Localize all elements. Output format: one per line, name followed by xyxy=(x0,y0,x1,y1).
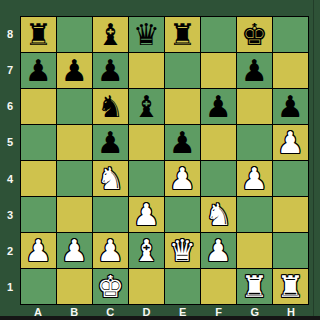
square-e2[interactable]: ♛ xyxy=(165,233,200,268)
square-d6[interactable]: ♝ xyxy=(129,89,164,124)
square-e1[interactable] xyxy=(165,269,200,304)
square-c3[interactable] xyxy=(93,197,128,232)
piece-black-queen-d8[interactable]: ♛ xyxy=(133,17,160,52)
chess-board: ♜♝♛♜♚♟♟♟♟♞♝♟♟♟♟♟♞♟♟♟♞♟♟♟♝♛♟♚♜♜ xyxy=(20,16,309,305)
square-a1[interactable] xyxy=(21,269,56,304)
square-d5[interactable] xyxy=(129,125,164,160)
piece-black-pawn-h6[interactable]: ♟ xyxy=(277,89,304,124)
square-d1[interactable] xyxy=(129,269,164,304)
square-f8[interactable] xyxy=(201,17,236,52)
square-f3[interactable]: ♞ xyxy=(201,197,236,232)
square-g4[interactable]: ♟ xyxy=(237,161,272,196)
square-h5[interactable]: ♟ xyxy=(273,125,308,160)
square-g5[interactable] xyxy=(237,125,272,160)
piece-black-pawn-g7[interactable]: ♟ xyxy=(241,53,268,88)
piece-black-pawn-f6[interactable]: ♟ xyxy=(205,89,232,124)
piece-white-pawn-c2[interactable]: ♟ xyxy=(97,233,124,268)
piece-white-pawn-b2[interactable]: ♟ xyxy=(61,233,88,268)
square-a3[interactable] xyxy=(21,197,56,232)
rank-label-8: 8 xyxy=(0,16,20,52)
square-b4[interactable] xyxy=(57,161,92,196)
piece-white-pawn-e4[interactable]: ♟ xyxy=(169,161,196,196)
square-h7[interactable] xyxy=(273,53,308,88)
piece-black-bishop-d6[interactable]: ♝ xyxy=(133,89,160,124)
square-h3[interactable] xyxy=(273,197,308,232)
square-f6[interactable]: ♟ xyxy=(201,89,236,124)
square-a6[interactable] xyxy=(21,89,56,124)
square-f2[interactable]: ♟ xyxy=(201,233,236,268)
square-b7[interactable]: ♟ xyxy=(57,53,92,88)
square-c6[interactable]: ♞ xyxy=(93,89,128,124)
square-c7[interactable]: ♟ xyxy=(93,53,128,88)
square-d3[interactable]: ♟ xyxy=(129,197,164,232)
square-h8[interactable] xyxy=(273,17,308,52)
square-a8[interactable]: ♜ xyxy=(21,17,56,52)
square-h1[interactable]: ♜ xyxy=(273,269,308,304)
square-h4[interactable] xyxy=(273,161,308,196)
square-b3[interactable] xyxy=(57,197,92,232)
square-e4[interactable]: ♟ xyxy=(165,161,200,196)
square-c5[interactable]: ♟ xyxy=(93,125,128,160)
square-d8[interactable]: ♛ xyxy=(129,17,164,52)
square-h6[interactable]: ♟ xyxy=(273,89,308,124)
piece-black-king-g8[interactable]: ♚ xyxy=(241,17,268,52)
rank-label-5: 5 xyxy=(0,124,20,160)
piece-white-king-c1[interactable]: ♚ xyxy=(97,269,124,304)
piece-white-rook-h1[interactable]: ♜ xyxy=(277,269,304,304)
square-c2[interactable]: ♟ xyxy=(93,233,128,268)
rank-label-3: 3 xyxy=(0,197,20,233)
piece-white-knight-c4[interactable]: ♞ xyxy=(97,161,124,196)
square-b2[interactable]: ♟ xyxy=(57,233,92,268)
square-d7[interactable] xyxy=(129,53,164,88)
square-c8[interactable]: ♝ xyxy=(93,17,128,52)
piece-white-pawn-a2[interactable]: ♟ xyxy=(25,233,52,268)
piece-white-pawn-h5[interactable]: ♟ xyxy=(277,125,304,160)
square-e7[interactable] xyxy=(165,53,200,88)
square-f7[interactable] xyxy=(201,53,236,88)
square-f1[interactable] xyxy=(201,269,236,304)
rank-label-7: 7 xyxy=(0,52,20,88)
piece-white-bishop-d2[interactable]: ♝ xyxy=(133,233,160,268)
square-e3[interactable] xyxy=(165,197,200,232)
piece-white-queen-e2[interactable]: ♛ xyxy=(169,233,196,268)
square-f5[interactable] xyxy=(201,125,236,160)
square-g7[interactable]: ♟ xyxy=(237,53,272,88)
piece-black-pawn-b7[interactable]: ♟ xyxy=(61,53,88,88)
square-g3[interactable] xyxy=(237,197,272,232)
square-f4[interactable] xyxy=(201,161,236,196)
piece-white-pawn-g4[interactable]: ♟ xyxy=(241,161,268,196)
square-g6[interactable] xyxy=(237,89,272,124)
rank-label-4: 4 xyxy=(0,161,20,197)
square-e5[interactable]: ♟ xyxy=(165,125,200,160)
square-a4[interactable] xyxy=(21,161,56,196)
square-b6[interactable] xyxy=(57,89,92,124)
piece-black-pawn-a7[interactable]: ♟ xyxy=(25,53,52,88)
square-h2[interactable] xyxy=(273,233,308,268)
piece-black-bishop-c8[interactable]: ♝ xyxy=(97,17,124,52)
piece-black-rook-a8[interactable]: ♜ xyxy=(25,17,52,52)
rank-label-1: 1 xyxy=(0,269,20,305)
square-a2[interactable]: ♟ xyxy=(21,233,56,268)
square-c1[interactable]: ♚ xyxy=(93,269,128,304)
right-edge-line xyxy=(313,0,314,320)
piece-white-rook-g1[interactable]: ♜ xyxy=(241,269,268,304)
piece-black-pawn-c7[interactable]: ♟ xyxy=(97,53,124,88)
piece-black-knight-c6[interactable]: ♞ xyxy=(97,89,124,124)
piece-black-pawn-e5[interactable]: ♟ xyxy=(169,125,196,160)
square-d4[interactable] xyxy=(129,161,164,196)
square-a7[interactable]: ♟ xyxy=(21,53,56,88)
chess-app-window: 87654321 ♜♝♛♜♚♟♟♟♟♞♝♟♟♟♟♟♞♟♟♟♞♟♟♟♝♛♟♚♜♜ … xyxy=(0,0,320,320)
bottom-border-strip xyxy=(0,316,320,320)
square-c4[interactable]: ♞ xyxy=(93,161,128,196)
piece-black-pawn-c5[interactable]: ♟ xyxy=(97,125,124,160)
square-b5[interactable] xyxy=(57,125,92,160)
piece-black-rook-e8[interactable]: ♜ xyxy=(169,17,196,52)
piece-white-knight-f3[interactable]: ♞ xyxy=(205,197,232,232)
square-g8[interactable]: ♚ xyxy=(237,17,272,52)
square-g2[interactable] xyxy=(237,233,272,268)
square-d2[interactable]: ♝ xyxy=(129,233,164,268)
piece-white-pawn-f2[interactable]: ♟ xyxy=(205,233,232,268)
rank-label-6: 6 xyxy=(0,88,20,124)
rank-label-2: 2 xyxy=(0,233,20,269)
square-b1[interactable] xyxy=(57,269,92,304)
square-e6[interactable] xyxy=(165,89,200,124)
square-a5[interactable] xyxy=(21,125,56,160)
square-e8[interactable]: ♜ xyxy=(165,17,200,52)
square-g1[interactable]: ♜ xyxy=(237,269,272,304)
square-b8[interactable] xyxy=(57,17,92,52)
rank-labels: 87654321 xyxy=(0,16,20,305)
piece-white-pawn-d3[interactable]: ♟ xyxy=(133,197,160,232)
